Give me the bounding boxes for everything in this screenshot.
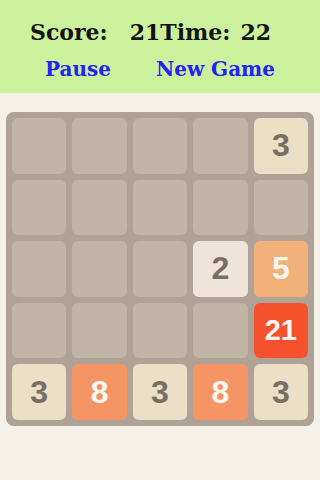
tile-3: 3: [12, 364, 66, 420]
tile-21: 21: [254, 303, 308, 359]
board-cell-r3c3: [133, 241, 187, 297]
tile-3: 3: [133, 364, 187, 420]
header-bar: Score: 21 Time: 22 Pause New Game: [0, 0, 320, 93]
board-cell-r3c2: [72, 241, 126, 297]
time-display: Time: 22: [160, 20, 271, 44]
board-cell-r1c4: [193, 118, 247, 174]
board-cell-r4c3: [133, 303, 187, 359]
tile-3: 3: [254, 118, 308, 174]
board-cell-r4c4: [193, 303, 247, 359]
app-screen: Score: 21 Time: 22 Pause New Game 325213…: [0, 0, 320, 480]
board-cell-r4c1: [12, 303, 66, 359]
time-label: Time:: [160, 20, 230, 44]
board-cell-r3c1: [12, 241, 66, 297]
score-label: Score:: [30, 20, 108, 44]
tile-8: 8: [193, 364, 247, 420]
board-cell-r1c5: 3: [254, 118, 308, 174]
board-cell-r5c5: 3: [254, 364, 308, 420]
score-display: Score: 21: [30, 20, 160, 44]
board-cell-r2c3: [133, 180, 187, 236]
game-board[interactable]: 3252138383: [6, 112, 314, 426]
board-cell-r5c3: 3: [133, 364, 187, 420]
status-row: Score: 21 Time: 22: [0, 0, 320, 44]
board-cell-r2c1: [12, 180, 66, 236]
controls-row: Pause New Game: [0, 44, 320, 81]
board-cell-r3c4: 2: [193, 241, 247, 297]
board-cell-r3c5: 5: [254, 241, 308, 297]
board-cell-r5c1: 3: [12, 364, 66, 420]
board-cell-r4c2: [72, 303, 126, 359]
new-game-button[interactable]: New Game: [156, 57, 275, 81]
board-cell-r5c4: 8: [193, 364, 247, 420]
board-cell-r4c5: 21: [254, 303, 308, 359]
score-value: 21: [130, 20, 161, 44]
time-value: 22: [240, 20, 271, 44]
board-cell-r5c2: 8: [72, 364, 126, 420]
pause-button[interactable]: Pause: [45, 57, 111, 81]
tile-2: 2: [193, 241, 247, 297]
board-cell-r1c3: [133, 118, 187, 174]
board-cell-r2c4: [193, 180, 247, 236]
tile-5: 5: [254, 241, 308, 297]
tile-3: 3: [254, 364, 308, 420]
board-cell-r1c2: [72, 118, 126, 174]
tile-8: 8: [72, 364, 126, 420]
board-cell-r1c1: [12, 118, 66, 174]
board-cell-r2c5: [254, 180, 308, 236]
board-cell-r2c2: [72, 180, 126, 236]
